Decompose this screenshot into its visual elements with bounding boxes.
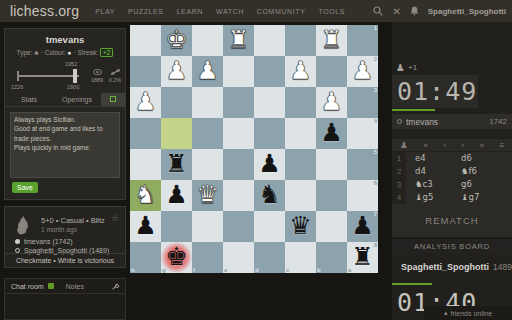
nav-item-tools[interactable]: TOOLS: [318, 8, 345, 15]
square-a5[interactable]: 5: [347, 149, 378, 180]
square-h8[interactable]: h: [130, 242, 161, 273]
square-f6[interactable]: ♛: [192, 180, 223, 211]
black-rook: ♜: [347, 242, 378, 273]
friends-online-bar[interactable]: ▴ friends online: [424, 306, 512, 320]
type-icon: ♣: [34, 49, 38, 56]
opponent-name-title: tmevans: [5, 34, 125, 45]
square-c3[interactable]: [285, 87, 316, 118]
game-result-text: Checkmate • White is victorious: [5, 253, 125, 264]
game-date-text: 1 month ago: [41, 226, 77, 233]
move-white[interactable]: d4: [406, 165, 452, 178]
square-f8[interactable]: f: [192, 242, 223, 273]
nav-item-play[interactable]: PLAY: [95, 8, 115, 15]
square-e4[interactable]: [223, 118, 254, 149]
square-e1[interactable]: ♜: [223, 25, 254, 56]
square-c1[interactable]: [285, 25, 316, 56]
menu-icon[interactable]: ≡: [500, 139, 505, 152]
white-color-icon: [15, 239, 20, 244]
first-move-icon[interactable]: «: [423, 139, 427, 152]
file-coordinate: e: [224, 267, 227, 273]
analysis-board-button[interactable]: ANALYSIS BOARD: [392, 238, 512, 254]
bookmark-star-icon[interactable]: ☆: [111, 213, 119, 223]
square-g1[interactable]: ♚: [161, 25, 192, 56]
collapse-icon: ▴: [444, 309, 448, 317]
top-navbar: lichess.org PLAY PUZZLES LEARN WATCH COM…: [0, 0, 512, 22]
square-f5[interactable]: [192, 149, 223, 180]
captured-pawn-icon: ♟: [396, 62, 405, 73]
square-b2[interactable]: [316, 56, 347, 87]
notes-icon: [110, 96, 116, 102]
link-icon: [111, 69, 120, 75]
square-c5[interactable]: [285, 149, 316, 180]
notifications-bell-icon[interactable]: [410, 6, 419, 16]
square-d5[interactable]: ♟: [254, 149, 285, 180]
square-d1[interactable]: [254, 25, 285, 56]
rematch-button[interactable]: REMATCH: [392, 204, 512, 237]
last-move-icon[interactable]: »: [480, 139, 484, 152]
black-queen: ♛: [285, 211, 316, 242]
black-pawn: ♟: [316, 118, 347, 149]
square-b3[interactable]: ♟: [316, 87, 347, 118]
square-b7[interactable]: [316, 211, 347, 242]
nav-item-watch[interactable]: WATCH: [216, 8, 244, 15]
square-g8[interactable]: g♚: [161, 242, 192, 273]
square-a1[interactable]: 1: [347, 25, 378, 56]
move-black[interactable]: ♝g7: [452, 191, 512, 204]
square-d2[interactable]: [254, 56, 285, 87]
move-list: 1 e4 d6 2 d4 ♞f6 3 ♞c3 g6 4 ♝g5 ♝g7: [392, 152, 512, 204]
square-h3[interactable]: ♟: [130, 87, 161, 118]
games-seen-stat: 1889: [89, 69, 105, 83]
black-pawn: ♟: [254, 149, 285, 180]
chat-panel: Chat room Notes: [4, 278, 126, 320]
square-c8[interactable]: c: [285, 242, 316, 273]
next-move-icon[interactable]: ›: [461, 139, 464, 152]
file-coordinate: h: [131, 267, 135, 273]
square-b1[interactable]: ♜: [316, 25, 347, 56]
eye-icon: [93, 69, 102, 75]
white-knight: ♞: [130, 180, 161, 211]
white-rook: ♜: [223, 25, 254, 56]
square-g5[interactable]: ♜: [161, 149, 192, 180]
square-h7[interactable]: ♟: [130, 211, 161, 242]
square-c6[interactable]: [285, 180, 316, 211]
opponent-meta-row: Type: ♣·Colour: ●·Streak: +2: [5, 48, 125, 57]
white-pawn: ♟: [285, 56, 316, 87]
opponent-notes-textarea[interactable]: Always plays Sicilian. Good at end game …: [10, 112, 120, 178]
analysis-icon[interactable]: ♟: [400, 139, 408, 152]
rank-coordinate: 5: [374, 149, 377, 155]
tab-notes[interactable]: [101, 93, 125, 106]
square-h6[interactable]: ♞: [130, 180, 161, 211]
nav-item-community[interactable]: COMMUNITY: [257, 8, 306, 15]
square-f3[interactable]: [192, 87, 223, 118]
white-pawn: ♟: [192, 56, 223, 87]
chat-toggle-icon[interactable]: [48, 283, 54, 289]
move-number: 2: [392, 165, 406, 178]
square-h5[interactable]: [130, 149, 161, 180]
nav-item-puzzles[interactable]: PUZZLES: [128, 8, 164, 15]
lichess-logo[interactable]: lichess.org: [10, 3, 79, 19]
challenges-icon[interactable]: ✕: [392, 6, 400, 17]
square-g6[interactable]: ♟: [161, 180, 192, 211]
rating-low-label: 1226: [11, 84, 23, 90]
move-white[interactable]: e4: [406, 152, 452, 165]
white-pawn: ♟: [316, 87, 347, 118]
rank-coordinate: 6: [374, 180, 377, 186]
square-e6[interactable]: [223, 180, 254, 211]
bottom-player-rating: 1489: [493, 262, 512, 272]
type-label: Type:: [17, 49, 33, 56]
black-knight: ♞: [254, 180, 285, 211]
square-c2[interactable]: ♟: [285, 56, 316, 87]
move-white[interactable]: ♝g5: [406, 191, 452, 204]
square-a8[interactable]: 8a♜: [347, 242, 378, 273]
slider-current-marker[interactable]: [73, 69, 77, 83]
square-d8[interactable]: d: [254, 242, 285, 273]
save-button[interactable]: Save: [12, 182, 38, 193]
white-rook: ♜: [316, 25, 347, 56]
square-h1[interactable]: [130, 25, 161, 56]
square-f1[interactable]: [192, 25, 223, 56]
square-a7[interactable]: 7♟: [347, 211, 378, 242]
square-a6[interactable]: 6: [347, 180, 378, 211]
white-player-line[interactable]: tmevans (1742): [15, 238, 73, 245]
streak-label: Streak:: [78, 49, 99, 56]
slider-track: [17, 75, 79, 77]
square-g4[interactable]: [161, 118, 192, 149]
top-clock-time-bar: [392, 109, 435, 111]
square-g2[interactable]: ♟: [161, 56, 192, 87]
rating-range-slider: 1952 1226 1900 1889 0.2%: [5, 61, 125, 89]
nav-item-learn[interactable]: LEARN: [177, 8, 203, 15]
chess-board: ♚♜♜1♟♟♟2♟♟♟3♟4♜♟5♞♟♛♞6♟♛7♟hg♚fedcb8a♜: [130, 25, 378, 273]
rating-high-label: 1952: [65, 61, 77, 67]
encounter-rate-stat: 0.2%: [107, 69, 123, 83]
black-king: ♚: [161, 242, 192, 273]
opponent-insights-panel: tmevans Type: ♣·Colour: ●·Streak: +2 195…: [4, 28, 126, 200]
square-h2[interactable]: [130, 56, 161, 87]
bottom-clock-time-bar: [392, 283, 432, 285]
square-e2[interactable]: [223, 56, 254, 87]
white-king: ♚: [161, 25, 192, 56]
time-control-text: 5+0 • Casual • Blitz: [41, 216, 105, 225]
tab-openings[interactable]: Openings: [53, 93, 101, 106]
top-player-clock: 01:49: [392, 75, 478, 108]
tab-notes-chat[interactable]: Notes: [60, 279, 90, 293]
white-pawn: ♟: [347, 56, 378, 87]
square-e3[interactable]: [223, 87, 254, 118]
bottom-player-row[interactable]: Spaghetti_Spoghotti 1489: [392, 258, 512, 276]
square-b5[interactable]: [316, 149, 347, 180]
top-player-rating: 1742: [489, 117, 507, 126]
offline-status-icon: [397, 119, 402, 124]
rank-coordinate: 3: [374, 87, 377, 93]
colour-label: Colour:: [45, 49, 66, 56]
game-info-panel: 5+0 • Casual • Blitz 1 month ago ☆ tmeva…: [4, 206, 126, 268]
black-rook: ♜: [161, 149, 192, 180]
tab-chat-room[interactable]: Chat room: [5, 279, 60, 293]
move-number: 3: [392, 178, 406, 191]
square-a3[interactable]: 3: [347, 87, 378, 118]
move-number: 1: [392, 152, 406, 165]
square-f7[interactable]: [192, 211, 223, 242]
black-pawn: ♟: [161, 180, 192, 211]
square-b4[interactable]: ♟: [316, 118, 347, 149]
move-number: 4: [392, 191, 406, 204]
square-e8[interactable]: e: [223, 242, 254, 273]
square-d6[interactable]: ♞: [254, 180, 285, 211]
search-icon[interactable]: [373, 6, 383, 16]
square-a2[interactable]: 2♟: [347, 56, 378, 87]
colour-icon: ●: [68, 49, 72, 56]
square-e7[interactable]: [223, 211, 254, 242]
square-g7[interactable]: [161, 211, 192, 242]
file-coordinate: f: [193, 267, 195, 273]
white-queen: ♛: [192, 180, 223, 211]
square-b8[interactable]: b: [316, 242, 347, 273]
square-c7[interactable]: ♛: [285, 211, 316, 242]
file-coordinate: d: [255, 267, 259, 273]
black-pawn: ♟: [130, 211, 161, 242]
streak-badge: +2: [100, 48, 113, 57]
square-d3[interactable]: [254, 87, 285, 118]
black-pawn: ♟: [347, 211, 378, 242]
rating-current-label: 1900: [67, 84, 79, 90]
username[interactable]: Spaghetti_Spoghotti: [428, 7, 506, 16]
move-navigation-toolbar: ♟ « ‹ › » ≡: [392, 139, 512, 152]
square-b6[interactable]: [316, 180, 347, 211]
file-coordinate: c: [286, 267, 289, 273]
move-black[interactable]: d6: [452, 152, 512, 165]
file-coordinate: b: [317, 267, 321, 273]
rank-coordinate: 4: [374, 118, 377, 124]
top-player-row[interactable]: tmevans 1742: [392, 114, 512, 129]
square-h4[interactable]: [130, 118, 161, 149]
square-c4[interactable]: [285, 118, 316, 149]
rank-coordinate: 1: [374, 25, 377, 31]
tab-stats[interactable]: Stats: [5, 93, 53, 106]
white-pawn: ♟: [130, 87, 161, 118]
move-white[interactable]: ♞c3: [406, 178, 452, 191]
material-advantage: ♟ +1: [396, 62, 417, 73]
square-g3[interactable]: [161, 87, 192, 118]
chat-settings-icon[interactable]: [107, 279, 125, 293]
move-black[interactable]: g6: [452, 178, 512, 191]
square-d7[interactable]: [254, 211, 285, 242]
move-black[interactable]: ♞f6: [452, 165, 512, 178]
square-d4[interactable]: [254, 118, 285, 149]
white-pawn: ♟: [161, 56, 192, 87]
game-side-panel: ♟ +1 01:49 tmevans 1742 ♟ « ‹ › » ≡ 1 e4…: [392, 22, 512, 320]
square-f2[interactable]: ♟: [192, 56, 223, 87]
blitz-flame-icon: [15, 215, 31, 235]
prev-move-icon[interactable]: ‹: [443, 139, 446, 152]
square-f4[interactable]: [192, 118, 223, 149]
square-a4[interactable]: 4: [347, 118, 378, 149]
square-e5[interactable]: [223, 149, 254, 180]
opponent-panel-tabs: Stats Openings: [5, 93, 125, 107]
